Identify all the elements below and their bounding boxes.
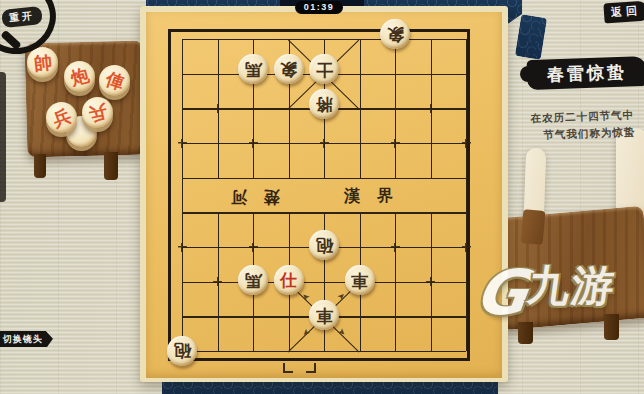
focus-bracket-icon	[283, 363, 293, 373]
point-marker	[213, 104, 222, 113]
piece-砲-black[interactable]: 砲	[167, 336, 197, 366]
piece-砲-black[interactable]: 砲	[309, 230, 339, 260]
focus-bracket-icon	[306, 363, 316, 373]
point-marker	[178, 139, 187, 148]
back-button[interactable]: 返回	[603, 0, 644, 23]
piece-馬-black[interactable]: 馬	[238, 265, 268, 295]
grid-line	[395, 39, 396, 178]
point-marker	[249, 243, 258, 252]
piece-glyph: 象	[280, 61, 297, 78]
point-marker	[426, 277, 435, 286]
captured-piece-俥: 俥	[99, 65, 130, 96]
point-marker	[462, 139, 471, 148]
point-marker	[320, 139, 329, 148]
piece-glyph: 馬	[245, 272, 262, 289]
watermark-text: 九游	[525, 261, 620, 310]
river-label-han: 漢界	[344, 186, 410, 207]
grid-line	[182, 39, 183, 351]
piece-glyph: 砲	[316, 237, 333, 254]
piece-glyph: 炮	[68, 65, 90, 87]
move-timer: 01:39	[295, 1, 343, 14]
point-marker	[249, 139, 258, 148]
captured-piece-兵: 兵	[82, 97, 113, 128]
piece-象-black[interactable]: 象	[380, 19, 410, 49]
switch-camera-button[interactable]: 切换镜头	[0, 331, 53, 347]
cloth-corner	[515, 14, 547, 60]
piece-仕-red[interactable]: 仕	[274, 265, 304, 295]
piece-glyph: 象	[387, 26, 404, 43]
captured-piece-兵: 兵	[46, 102, 77, 133]
piece-glyph: 馬	[245, 61, 262, 78]
solar-term-banner: 春雷惊蛰	[527, 56, 644, 90]
description-line-1: 在农历二十四节气中	[531, 108, 635, 124]
piece-glyph: 兵	[87, 102, 108, 123]
jiuyou-watermark: G九游	[472, 262, 620, 324]
grid-line	[182, 351, 466, 352]
piece-glyph: 將	[316, 96, 333, 113]
point-marker	[178, 243, 187, 252]
piece-象-black[interactable]: 象	[274, 54, 304, 84]
piece-glyph: 車	[351, 272, 368, 289]
watermark-letter: G	[471, 256, 532, 329]
piece-馬-black[interactable]: 馬	[238, 54, 268, 84]
wood-prop	[521, 209, 546, 245]
piece-glyph: 砲	[174, 342, 191, 359]
grid-line	[182, 178, 466, 179]
piece-glyph: 帥	[33, 53, 53, 73]
game-screen: 楚河 漢界 重开 返回 01:39 春雷惊蛰 在农历二十四节气中 节气我们称为惊…	[0, 0, 644, 394]
table-edge-shadow	[0, 72, 6, 202]
piece-士-black[interactable]: 士	[309, 54, 339, 84]
piece-glyph: 車	[316, 307, 333, 324]
captured-piece-帥: 帥	[27, 47, 58, 78]
captured-piece-炮: 炮	[64, 61, 95, 92]
point-marker	[426, 104, 435, 113]
piece-glyph: 士	[316, 61, 333, 78]
piece-glyph: 仕	[280, 272, 297, 289]
river-label-chu: 楚河	[214, 186, 280, 207]
point-marker	[391, 139, 400, 148]
point-marker	[462, 243, 471, 252]
tray-leg	[104, 152, 118, 180]
grid-line	[395, 212, 396, 351]
point-marker	[391, 243, 400, 252]
point-marker	[213, 277, 222, 286]
solar-term-description: 在农历二十四节气中 节气我们称为惊蛰	[530, 106, 644, 144]
tray-leg	[34, 154, 46, 178]
grid-line	[466, 39, 467, 351]
piece-glyph: 俥	[103, 69, 126, 92]
piece-glyph: 兵	[50, 106, 73, 129]
piece-車-black[interactable]: 車	[345, 265, 375, 295]
